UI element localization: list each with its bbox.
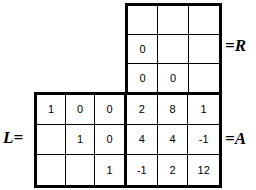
label-equals-A: =A [225, 131, 246, 146]
cell-A-2-2: 12 [188, 155, 219, 185]
cell-R-0-2 [189, 6, 219, 35]
cell-A-2-1: 2 [158, 155, 189, 185]
cell-L-2-1 [66, 155, 95, 185]
cell-R-1-2 [189, 35, 219, 64]
cell-L-1-0 [37, 125, 66, 155]
cell-A-1-2: -1 [188, 125, 219, 155]
cell-R-2-1: 0 [158, 64, 188, 93]
label-equals-R: =R [225, 38, 246, 53]
cell-L-1-1: 1 [66, 125, 95, 155]
cell-A-0-2: 1 [188, 95, 219, 125]
cell-L-2-2: 1 [95, 155, 124, 185]
matrix-A-grid: 2 8 1 4 4 -1 -1 2 12 [124, 92, 222, 188]
falk-scheme-diagram: 0 0 0 1 0 0 1 0 1 2 8 1 4 4 -1 -1 2 12 L… [0, 0, 256, 190]
cell-R-1-0: 0 [128, 35, 158, 64]
label-L-equals: L= [3, 130, 23, 145]
cell-R-0-0 [128, 6, 158, 35]
cell-R-2-0: 0 [128, 64, 158, 93]
cell-R-0-1 [158, 6, 188, 35]
cell-R-1-1 [158, 35, 188, 64]
cell-A-0-1: 8 [158, 95, 189, 125]
cell-A-1-1: 4 [158, 125, 189, 155]
cell-L-0-1: 0 [66, 95, 95, 125]
cell-L-1-2: 0 [95, 125, 124, 155]
cell-L-2-0 [37, 155, 66, 185]
cell-R-2-2 [189, 64, 219, 93]
matrix-L-grid: 1 0 0 1 0 1 [34, 92, 127, 188]
matrix-R-grid: 0 0 0 [125, 3, 222, 96]
cell-L-0-0: 1 [37, 95, 66, 125]
cell-A-0-0: 2 [127, 95, 158, 125]
cell-L-0-2: 0 [95, 95, 124, 125]
cell-A-1-0: 4 [127, 125, 158, 155]
cell-A-2-0: -1 [127, 155, 158, 185]
